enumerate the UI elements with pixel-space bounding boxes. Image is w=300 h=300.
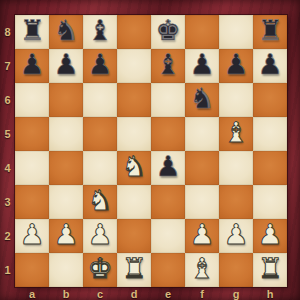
black-rook[interactable]: ♜ [257, 17, 282, 45]
rank-label-4: 4 [0, 151, 15, 185]
file-label-b: b [49, 287, 83, 300]
square-d4[interactable]: ♞ [117, 151, 151, 185]
black-knight[interactable]: ♞ [53, 17, 78, 45]
square-b5[interactable] [49, 117, 83, 151]
square-h2[interactable]: ♟ [253, 219, 287, 253]
white-knight[interactable]: ♞ [121, 153, 146, 181]
black-king[interactable]: ♚ [155, 17, 180, 45]
file-label-h: h [253, 287, 287, 300]
square-a7[interactable]: ♟ [15, 49, 49, 83]
square-c5[interactable] [83, 117, 117, 151]
square-c8[interactable]: ♝ [83, 15, 117, 49]
square-c1[interactable]: ♚ [83, 253, 117, 287]
black-pawn[interactable]: ♟ [19, 51, 44, 79]
rank-label-2: 2 [0, 219, 15, 253]
square-b1[interactable] [49, 253, 83, 287]
square-f7[interactable]: ♟ [185, 49, 219, 83]
square-b4[interactable] [49, 151, 83, 185]
square-b8[interactable]: ♞ [49, 15, 83, 49]
square-c7[interactable]: ♟ [83, 49, 117, 83]
square-e3[interactable] [151, 185, 185, 219]
square-e2[interactable] [151, 219, 185, 253]
square-h1[interactable]: ♜ [253, 253, 287, 287]
chessboard: ♜♞♝♚♜♟♟♟♝♟♟♟♞♝♞♟♞♟♟♟♟♟♟♚♜♝♜ [15, 15, 287, 287]
square-a2[interactable]: ♟ [15, 219, 49, 253]
square-d3[interactable] [117, 185, 151, 219]
file-label-a: a [15, 287, 49, 300]
square-c6[interactable] [83, 83, 117, 117]
square-d7[interactable] [117, 49, 151, 83]
square-g5[interactable]: ♝ [219, 117, 253, 151]
square-a1[interactable] [15, 253, 49, 287]
square-g3[interactable] [219, 185, 253, 219]
square-e6[interactable] [151, 83, 185, 117]
white-pawn[interactable]: ♟ [87, 221, 112, 249]
square-h8[interactable]: ♜ [253, 15, 287, 49]
square-a5[interactable] [15, 117, 49, 151]
square-h7[interactable]: ♟ [253, 49, 287, 83]
square-d6[interactable] [117, 83, 151, 117]
square-f1[interactable]: ♝ [185, 253, 219, 287]
square-e4[interactable]: ♟ [151, 151, 185, 185]
white-pawn[interactable]: ♟ [257, 221, 282, 249]
white-pawn[interactable]: ♟ [189, 221, 214, 249]
square-d8[interactable] [117, 15, 151, 49]
black-pawn[interactable]: ♟ [87, 51, 112, 79]
square-d5[interactable] [117, 117, 151, 151]
white-bishop[interactable]: ♝ [189, 255, 214, 283]
black-pawn[interactable]: ♟ [53, 51, 78, 79]
square-g1[interactable] [219, 253, 253, 287]
square-g2[interactable]: ♟ [219, 219, 253, 253]
square-a6[interactable] [15, 83, 49, 117]
rank-label-6: 6 [0, 83, 15, 117]
square-g8[interactable] [219, 15, 253, 49]
square-c2[interactable]: ♟ [83, 219, 117, 253]
black-bishop[interactable]: ♝ [87, 17, 112, 45]
square-e8[interactable]: ♚ [151, 15, 185, 49]
black-pawn[interactable]: ♟ [257, 51, 282, 79]
square-h4[interactable] [253, 151, 287, 185]
square-h5[interactable] [253, 117, 287, 151]
chessboard-frame: 8 7 6 5 4 3 2 1 ♜♞♝♚♜♟♟♟♝♟♟♟♞♝♞♟♞♟♟♟♟♟♟♚… [0, 0, 300, 300]
square-c4[interactable] [83, 151, 117, 185]
rank-label-8: 8 [0, 15, 15, 49]
white-rook[interactable]: ♜ [121, 255, 146, 283]
white-knight[interactable]: ♞ [87, 187, 112, 215]
rank-labels: 8 7 6 5 4 3 2 1 [0, 15, 15, 287]
white-king[interactable]: ♚ [87, 255, 112, 283]
square-e1[interactable] [151, 253, 185, 287]
square-f8[interactable] [185, 15, 219, 49]
square-h3[interactable] [253, 185, 287, 219]
square-h6[interactable] [253, 83, 287, 117]
square-b3[interactable] [49, 185, 83, 219]
white-bishop[interactable]: ♝ [223, 119, 248, 147]
square-d2[interactable] [117, 219, 151, 253]
square-c3[interactable]: ♞ [83, 185, 117, 219]
square-g4[interactable] [219, 151, 253, 185]
black-pawn[interactable]: ♟ [223, 51, 248, 79]
file-label-g: g [219, 287, 253, 300]
square-a8[interactable]: ♜ [15, 15, 49, 49]
file-label-d: d [117, 287, 151, 300]
square-f6[interactable]: ♞ [185, 83, 219, 117]
file-label-e: e [151, 287, 185, 300]
square-f5[interactable] [185, 117, 219, 151]
square-f4[interactable] [185, 151, 219, 185]
white-pawn[interactable]: ♟ [223, 221, 248, 249]
black-knight[interactable]: ♞ [189, 85, 214, 113]
square-f2[interactable]: ♟ [185, 219, 219, 253]
white-rook[interactable]: ♜ [257, 255, 282, 283]
black-bishop[interactable]: ♝ [155, 51, 180, 79]
square-b2[interactable]: ♟ [49, 219, 83, 253]
square-a4[interactable] [15, 151, 49, 185]
white-pawn[interactable]: ♟ [53, 221, 78, 249]
square-b6[interactable] [49, 83, 83, 117]
black-rook[interactable]: ♜ [19, 17, 44, 45]
square-a3[interactable] [15, 185, 49, 219]
white-pawn[interactable]: ♟ [19, 221, 44, 249]
file-label-f: f [185, 287, 219, 300]
square-f3[interactable] [185, 185, 219, 219]
square-d1[interactable]: ♜ [117, 253, 151, 287]
black-pawn[interactable]: ♟ [155, 153, 180, 181]
rank-label-3: 3 [0, 185, 15, 219]
file-label-c: c [83, 287, 117, 300]
rank-label-1: 1 [0, 253, 15, 287]
file-labels: a b c d e f g h [15, 287, 287, 300]
rank-label-5: 5 [0, 117, 15, 151]
square-e5[interactable] [151, 117, 185, 151]
square-e7[interactable]: ♝ [151, 49, 185, 83]
square-g6[interactable] [219, 83, 253, 117]
square-g7[interactable]: ♟ [219, 49, 253, 83]
black-pawn[interactable]: ♟ [189, 51, 214, 79]
square-b7[interactable]: ♟ [49, 49, 83, 83]
rank-label-7: 7 [0, 49, 15, 83]
